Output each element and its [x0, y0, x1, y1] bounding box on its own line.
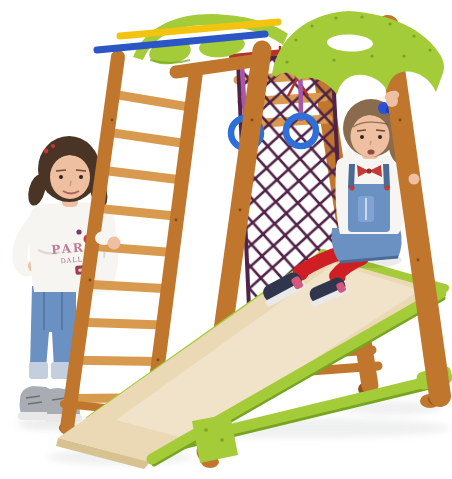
product-photo: PARIS DALLAS — [0, 0, 452, 479]
climbing-frame-scene: PARIS DALLAS — [0, 0, 452, 479]
